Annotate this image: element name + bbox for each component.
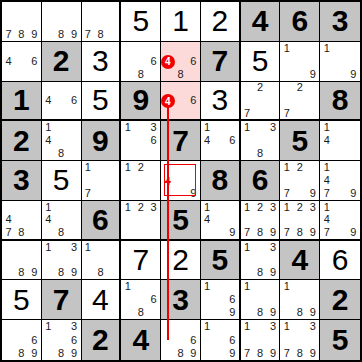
given-digit: 7 [211,46,228,76]
candidate-2: 2 [134,201,147,214]
candidate-3: 3 [267,201,280,214]
chain-node-circle-r2c5: 4 [161,55,175,69]
candidate-8: 8 [134,306,147,319]
candidate-7: 7 [280,226,293,239]
cell-r4c2[interactable]: 148 [42,121,82,161]
candidate-6: 6 [147,134,160,147]
cell-r9c8[interactable]: 13789 [280,320,320,360]
candidate-grid: 169 [201,320,239,360]
cell-r8c3[interactable]: 4 [82,280,122,320]
cell-r7c7[interactable]: 1389 [241,241,281,281]
solved-digit: 6 [332,245,349,275]
solved-digit: 2 [211,6,228,36]
cell-r7c4[interactable]: 7 [121,241,161,281]
candidate-7: 7 [82,28,95,41]
cell-r4c3[interactable]: 9 [82,121,122,161]
cell-r6c4[interactable]: 123 [121,201,161,241]
candidate-1: 1 [42,121,55,134]
candidate-1: 1 [280,320,293,333]
candidate-grid: 189 [241,280,280,319]
cell-r1c1[interactable]: 789 [2,2,42,42]
candidate-4: 4 [42,94,55,107]
candidate-8: 8 [254,226,267,239]
candidate-6: 6 [28,55,41,68]
candidate-7: 7 [280,107,293,120]
candidate-grid: 68 [121,42,160,81]
given-digit: 9 [132,85,149,115]
candidate-9: 9 [68,267,81,280]
given-digit: 3 [172,285,189,315]
candidate-1: 1 [280,161,293,174]
cell-r2c8[interactable]: 19 [280,42,320,82]
candidate-1: 1 [201,320,214,333]
candidate-8: 8 [134,68,147,81]
cell-r6c9[interactable]: 1479 [320,201,360,241]
candidate-6: 6 [226,134,239,147]
candidate-1: 1 [241,280,254,293]
given-digit: 4 [252,6,269,36]
candidate-grid: 46 [2,42,41,81]
candidate-3: 3 [147,201,160,214]
candidate-1: 1 [320,121,333,134]
candidate-6: 6 [28,333,41,346]
candidate-1: 1 [201,121,214,134]
cell-r9c2[interactable]: 13689 [42,320,82,360]
cell-r5c2[interactable]: 5 [42,161,82,201]
candidate-6: 6 [147,293,160,306]
candidate-3: 3 [306,201,319,214]
candidate-grid: 789 [2,2,41,41]
given-digit: 6 [252,165,269,195]
solved-digit: 2 [172,245,189,275]
cell-r1c9[interactable]: 3 [320,2,360,42]
candidate-2: 2 [254,201,267,214]
solved-digit: 5 [53,165,70,195]
candidate-9: 9 [226,306,239,319]
candidate-6: 6 [187,333,200,346]
solved-digit: 5 [132,6,149,36]
candidate-grid: 13789 [280,320,319,360]
candidate-grid: 27 [280,82,319,120]
candidate-9: 9 [306,187,319,200]
candidate-6: 6 [68,94,81,107]
cell-r6c8[interactable]: 123789 [280,201,320,241]
candidate-8: 8 [55,147,68,160]
candidate-1: 1 [82,161,95,174]
candidate-grid: 123 [121,201,160,239]
candidate-6: 6 [187,94,200,107]
candidate-8: 8 [293,347,306,360]
candidate-grid: 138 [241,121,280,160]
given-digit: 5 [332,325,349,355]
candidate-8: 8 [15,267,28,280]
candidate-8: 8 [254,347,267,360]
candidate-4: 4 [42,213,55,226]
given-digit: 4 [132,325,149,355]
candidate-1: 1 [42,320,55,333]
given-digit: 8 [211,165,228,195]
candidate-7: 7 [241,226,254,239]
candidate-grid: 149 [201,201,239,239]
candidate-grid: 46 [42,82,81,120]
candidate-grid: 189 [280,280,319,319]
candidate-grid: 148 [42,201,81,239]
candidate-grid: 13789 [241,320,280,360]
cell-r7c8[interactable]: 4 [280,241,320,281]
cell-r4c1[interactable]: 2 [2,121,42,161]
candidate-grid: 146 [201,121,239,160]
given-digit: 3 [13,165,30,195]
candidate-8: 8 [55,28,68,41]
candidate-grid: 1389 [42,241,81,280]
candidate-1: 1 [320,161,333,174]
candidate-6: 6 [68,333,81,346]
given-digit: 3 [332,6,349,36]
cell-r4c7[interactable]: 138 [241,121,281,161]
cell-r2c4[interactable]: 68 [121,42,161,82]
cell-r8c7[interactable]: 189 [241,280,281,320]
candidate-grid: 27 [241,82,280,120]
cell-r8c9[interactable]: 2 [320,280,360,320]
cell-r1c3[interactable]: 78 [82,2,122,42]
candidate-1: 1 [320,201,333,214]
given-digit: 5 [291,126,308,156]
candidate-grid: 89 [2,241,41,280]
candidate-4: 4 [320,174,333,187]
candidate-1: 1 [280,201,293,214]
cell-r3c8[interactable]: 27 [280,82,320,122]
cell-r1c2[interactable]: 89 [42,2,82,42]
candidate-3: 3 [267,320,280,333]
candidate-7: 7 [280,347,293,360]
cell-r3c2[interactable]: 46 [42,82,82,122]
given-digit: 4 [291,245,308,275]
cell-r3c6[interactable]: 3 [201,82,241,122]
candidate-grid: 1479 [320,201,360,239]
cell-r8c1[interactable]: 5 [2,280,42,320]
candidate-grid: 14 [320,121,360,160]
candidate-1: 1 [241,320,254,333]
candidate-2: 2 [293,161,306,174]
given-digit: 5 [211,245,228,275]
cell-r9c1[interactable]: 689 [2,320,42,360]
cell-r4c4[interactable]: 136 [121,121,161,161]
cell-r4c8[interactable]: 5 [280,121,320,161]
cell-r6c7[interactable]: 123789 [241,201,281,241]
candidate-9: 9 [306,347,319,360]
cell-r3c1[interactable]: 1 [2,82,42,122]
cell-r1c4[interactable]: 5 [121,2,161,42]
candidate-4: 4 [201,134,214,147]
candidate-9: 9 [68,28,81,41]
candidate-8: 8 [15,347,28,360]
candidate-9: 9 [28,347,41,360]
candidate-8: 8 [254,147,267,160]
cell-r6c1[interactable]: 478 [2,201,42,241]
given-digit: 7 [172,126,189,156]
cell-r5c3[interactable]: 17 [82,161,122,201]
candidate-8: 8 [174,347,187,360]
cell-r9c3[interactable]: 2 [82,320,122,360]
cell-r1c7[interactable]: 4 [241,2,281,42]
candidate-4: 4 [320,134,333,147]
solved-digit: 7 [132,245,149,275]
candidate-9: 9 [267,347,280,360]
sudoku-board: 7898978512463462368687519191465963272782… [0,0,362,362]
candidate-9: 9 [306,68,319,81]
cell-r8c2[interactable]: 7 [42,280,82,320]
candidate-9: 9 [347,226,360,239]
cell-r7c9[interactable]: 6 [320,241,360,281]
candidate-7: 7 [320,187,333,200]
candidate-grid: 148 [42,121,81,160]
eliminated-candidate-4: 4 [161,174,175,188]
candidate-8: 8 [293,306,306,319]
candidate-4: 4 [320,213,333,226]
given-digit: 7 [53,285,70,315]
candidate-8: 8 [15,226,28,239]
candidate-1: 1 [241,241,254,254]
candidate-8: 8 [94,267,107,280]
candidate-grid: 123789 [280,201,319,239]
cell-r6c2[interactable]: 148 [42,201,82,241]
cell-r1c5[interactable]: 1 [161,2,201,42]
candidate-7: 7 [280,187,293,200]
candidate-6: 6 [187,55,200,68]
cell-r4c9[interactable]: 14 [320,121,360,161]
candidate-8: 8 [55,226,68,239]
cell-r5c1[interactable]: 3 [2,161,42,201]
cell-r5c8[interactable]: 1279 [280,161,320,201]
candidate-7: 7 [2,226,15,239]
cell-r5c6[interactable]: 8 [201,161,241,201]
candidate-1: 1 [241,201,254,214]
candidate-grid: 689 [2,320,41,360]
candidate-grid: 19 [280,42,319,81]
candidate-1: 1 [201,201,214,214]
given-digit: 2 [53,46,70,76]
candidate-1: 1 [42,241,55,254]
candidate-4: 4 [2,213,15,226]
candidate-3: 3 [68,241,81,254]
candidate-8: 8 [293,226,306,239]
candidate-8: 8 [254,267,267,280]
cell-r8c6[interactable]: 169 [201,280,241,320]
solved-digit: 5 [13,285,30,315]
cell-r8c4[interactable]: 168 [121,280,161,320]
candidate-3: 3 [267,121,280,134]
candidate-grid: 89 [42,2,81,41]
solved-digit: 3 [211,85,228,115]
candidate-1: 1 [320,42,333,55]
candidate-grid: 123789 [241,201,280,239]
candidate-1: 1 [82,241,95,254]
candidate-1: 1 [121,161,134,174]
solved-digit: 5 [252,46,269,76]
candidate-grid: 1479 [320,161,360,200]
candidate-1: 1 [280,42,293,55]
candidate-8: 8 [254,306,267,319]
cell-r2c9[interactable]: 19 [320,42,360,82]
candidate-9: 9 [267,226,280,239]
candidate-9: 9 [28,28,41,41]
candidate-grid: 18 [82,241,120,280]
candidate-2: 2 [254,82,267,95]
given-digit: 8 [332,85,349,115]
candidate-7: 7 [2,28,15,41]
cell-r2c6[interactable]: 7 [201,42,241,82]
candidate-1: 1 [201,280,214,293]
cell-r9c9[interactable]: 5 [320,320,360,360]
given-digit: 9 [92,126,109,156]
candidate-1: 1 [280,280,293,293]
cell-r3c7[interactable]: 27 [241,82,281,122]
candidate-grid: 19 [320,42,360,81]
candidate-1: 1 [121,201,134,214]
candidate-6: 6 [226,333,239,346]
candidate-8: 8 [174,68,187,81]
candidate-9: 9 [306,306,319,319]
cell-r6c6[interactable]: 149 [201,201,241,241]
candidate-1: 1 [241,121,254,134]
candidate-4: 4 [2,55,15,68]
given-digit: 2 [332,285,349,315]
solved-digit: 5 [92,85,109,115]
candidate-1: 1 [121,121,134,134]
candidate-3: 3 [306,320,319,333]
cell-r2c1[interactable]: 46 [2,42,42,82]
candidate-9: 9 [306,226,319,239]
candidate-8: 8 [55,267,68,280]
cell-r3c4[interactable]: 9 [121,82,161,122]
cell-r5c9[interactable]: 1479 [320,161,360,201]
candidate-grid: 168 [121,280,160,319]
candidate-8: 8 [15,28,28,41]
candidate-3: 3 [147,121,160,134]
cell-r6c3[interactable]: 6 [82,201,122,241]
candidate-grid: 1279 [280,161,319,200]
candidate-3: 3 [267,241,280,254]
cell-r5c7[interactable]: 6 [241,161,281,201]
cell-r9c7[interactable]: 13789 [241,320,281,360]
candidate-grid: 17 [82,161,120,200]
candidate-grid: 136 [121,121,160,160]
candidate-7: 7 [241,347,254,360]
candidate-grid: 169 [201,280,239,319]
cell-r2c3[interactable]: 3 [82,42,122,82]
candidate-7: 7 [82,187,95,200]
given-digit: 6 [291,6,308,36]
candidate-9: 9 [68,347,81,360]
candidate-2: 2 [293,82,306,95]
candidate-6: 6 [226,293,239,306]
candidate-grid: 478 [2,201,41,239]
chain-line [167,101,169,340]
candidate-9: 9 [347,68,360,81]
given-digit: 6 [92,205,109,235]
candidate-9: 9 [226,347,239,360]
solved-digit: 3 [92,46,109,76]
candidate-9: 9 [267,267,280,280]
cell-r9c6[interactable]: 169 [201,320,241,360]
candidate-9: 9 [28,267,41,280]
cell-r7c3[interactable]: 18 [82,241,122,281]
solved-digit: 4 [92,285,109,315]
cell-r5c4[interactable]: 12 [121,161,161,201]
candidate-9: 9 [187,347,200,360]
cell-r2c2[interactable]: 2 [42,42,82,82]
candidate-8: 8 [55,347,68,360]
candidate-8: 8 [94,28,107,41]
cell-r4c6[interactable]: 146 [201,121,241,161]
candidate-grid: 1389 [241,241,280,280]
candidate-grid: 78 [82,2,120,41]
candidate-7: 7 [320,226,333,239]
cell-r3c3[interactable]: 5 [82,82,122,122]
candidate-3: 3 [68,320,81,333]
candidate-1: 1 [121,280,134,293]
solved-digit: 1 [172,6,189,36]
candidate-1: 1 [42,201,55,214]
cell-r7c1[interactable]: 89 [2,241,42,281]
candidate-4: 4 [42,134,55,147]
cell-r1c8[interactable]: 6 [280,2,320,42]
cell-r7c2[interactable]: 1389 [42,241,82,281]
candidate-2: 2 [134,161,147,174]
given-digit: 1 [13,85,30,115]
candidate-2: 2 [293,201,306,214]
given-digit: 2 [92,325,109,355]
cell-r1c6[interactable]: 2 [201,2,241,42]
candidate-grid: 12 [121,161,160,200]
candidate-7: 7 [241,107,254,120]
cell-r2c7[interactable]: 5 [241,42,281,82]
candidate-9: 9 [347,187,360,200]
candidate-6: 6 [147,55,160,68]
cell-r9c4[interactable]: 4 [121,320,161,360]
cell-r3c9[interactable]: 8 [320,82,360,122]
cell-r7c6[interactable]: 5 [201,241,241,281]
candidate-9: 9 [226,226,239,239]
candidate-grid: 13689 [42,320,81,360]
given-digit: 2 [13,126,30,156]
candidate-4: 4 [201,213,214,226]
given-digit: 5 [172,205,189,235]
cell-r8c8[interactable]: 189 [280,280,320,320]
candidate-9: 9 [267,306,280,319]
